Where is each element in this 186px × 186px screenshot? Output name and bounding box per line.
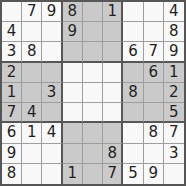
sudoku-cell-r8c1[interactable]: 9 xyxy=(2,144,22,164)
sudoku-cell-r7c5[interactable] xyxy=(83,123,103,143)
sudoku-cell-r3c7[interactable]: 6 xyxy=(123,42,143,62)
sudoku-cell-r1c7[interactable] xyxy=(123,2,143,22)
sudoku-cell-r8c4[interactable] xyxy=(63,144,83,164)
sudoku-cell-r3c6[interactable] xyxy=(103,42,123,62)
sudoku-cell-r1c1[interactable] xyxy=(2,2,22,22)
sudoku-cell-r9c3[interactable] xyxy=(42,164,62,184)
sudoku-cell-r9c1[interactable]: 8 xyxy=(2,164,22,184)
sudoku-cell-r7c8[interactable]: 8 xyxy=(144,123,164,143)
sudoku-cell-r7c1[interactable]: 6 xyxy=(2,123,22,143)
sudoku-cell-r3c8[interactable]: 7 xyxy=(144,42,164,62)
sudoku-cell-r9c8[interactable]: 9 xyxy=(144,164,164,184)
sudoku-cell-r6c7[interactable] xyxy=(123,103,143,123)
sudoku-cell-r3c3[interactable] xyxy=(42,42,62,62)
sudoku-cell-r5c7[interactable]: 8 xyxy=(123,83,143,103)
sudoku-cell-r5c2[interactable] xyxy=(22,83,42,103)
sudoku-cell-r6c1[interactable]: 7 xyxy=(2,103,22,123)
sudoku-cell-r9c4[interactable]: 1 xyxy=(63,164,83,184)
sudoku-cell-r2c5[interactable] xyxy=(83,22,103,42)
sudoku-cell-r9c7[interactable]: 5 xyxy=(123,164,143,184)
sudoku-cell-r4c8[interactable]: 6 xyxy=(144,63,164,83)
sudoku-cell-r1c2[interactable]: 7 xyxy=(22,2,42,22)
sudoku-cell-r2c9[interactable]: 8 xyxy=(164,22,184,42)
sudoku-cell-r4c4[interactable] xyxy=(63,63,83,83)
sudoku-cell-r2c8[interactable] xyxy=(144,22,164,42)
sudoku-cell-r9c9[interactable] xyxy=(164,164,184,184)
sudoku-cell-r5c1[interactable]: 1 xyxy=(2,83,22,103)
sudoku-cell-r4c1[interactable]: 2 xyxy=(2,63,22,83)
sudoku-cell-r2c2[interactable] xyxy=(22,22,42,42)
sudoku-cell-r1c6[interactable]: 1 xyxy=(103,2,123,22)
sudoku-cell-r7c7[interactable] xyxy=(123,123,143,143)
sudoku-cell-r4c6[interactable] xyxy=(103,63,123,83)
sudoku-cell-r3c4[interactable] xyxy=(63,42,83,62)
sudoku-cell-r4c3[interactable] xyxy=(42,63,62,83)
sudoku-cell-r9c2[interactable] xyxy=(22,164,42,184)
sudoku-cell-r3c1[interactable]: 3 xyxy=(2,42,22,62)
sudoku-cell-r7c2[interactable]: 1 xyxy=(22,123,42,143)
sudoku-cell-r2c6[interactable] xyxy=(103,22,123,42)
sudoku-cell-r6c3[interactable] xyxy=(42,103,62,123)
sudoku-cell-r1c5[interactable] xyxy=(83,2,103,22)
sudoku-cell-r2c3[interactable] xyxy=(42,22,62,42)
sudoku-cell-r5c6[interactable] xyxy=(103,83,123,103)
sudoku-cell-r3c2[interactable]: 8 xyxy=(22,42,42,62)
sudoku-cell-r6c8[interactable] xyxy=(144,103,164,123)
sudoku-cell-r8c6[interactable]: 8 xyxy=(103,144,123,164)
sudoku-cell-r3c9[interactable]: 9 xyxy=(164,42,184,62)
sudoku-cell-r4c2[interactable] xyxy=(22,63,42,83)
sudoku-cell-r9c6[interactable]: 7 xyxy=(103,164,123,184)
sudoku-cell-r4c5[interactable] xyxy=(83,63,103,83)
sudoku-cell-r1c8[interactable] xyxy=(144,2,164,22)
sudoku-cell-r6c2[interactable]: 4 xyxy=(22,103,42,123)
sudoku-cell-r2c4[interactable]: 9 xyxy=(63,22,83,42)
sudoku-board: 798144983867926113827456148798381759 xyxy=(0,0,186,186)
sudoku-cell-r5c9[interactable]: 2 xyxy=(164,83,184,103)
sudoku-cell-r6c6[interactable] xyxy=(103,103,123,123)
sudoku-cell-r1c3[interactable]: 9 xyxy=(42,2,62,22)
sudoku-cell-r9c5[interactable] xyxy=(83,164,103,184)
sudoku-cell-r8c8[interactable] xyxy=(144,144,164,164)
sudoku-cell-r4c9[interactable]: 1 xyxy=(164,63,184,83)
sudoku-cell-r7c9[interactable]: 7 xyxy=(164,123,184,143)
sudoku-cell-r1c4[interactable]: 8 xyxy=(63,2,83,22)
sudoku-cell-r7c3[interactable]: 4 xyxy=(42,123,62,143)
sudoku-cell-r3c5[interactable] xyxy=(83,42,103,62)
sudoku-cell-r7c6[interactable] xyxy=(103,123,123,143)
sudoku-cell-r8c2[interactable] xyxy=(22,144,42,164)
sudoku-cell-r6c5[interactable] xyxy=(83,103,103,123)
sudoku-cell-r7c4[interactable] xyxy=(63,123,83,143)
sudoku-cell-r5c5[interactable] xyxy=(83,83,103,103)
sudoku-cell-r6c4[interactable] xyxy=(63,103,83,123)
sudoku-cell-r5c4[interactable] xyxy=(63,83,83,103)
sudoku-cell-r5c8[interactable] xyxy=(144,83,164,103)
sudoku-cell-r2c1[interactable]: 4 xyxy=(2,22,22,42)
sudoku-cell-r8c5[interactable] xyxy=(83,144,103,164)
sudoku-cell-r5c3[interactable]: 3 xyxy=(42,83,62,103)
sudoku-cell-r2c7[interactable] xyxy=(123,22,143,42)
sudoku-cell-r4c7[interactable] xyxy=(123,63,143,83)
sudoku-cell-r1c9[interactable]: 4 xyxy=(164,2,184,22)
sudoku-cell-r8c9[interactable]: 3 xyxy=(164,144,184,164)
sudoku-cell-r8c7[interactable] xyxy=(123,144,143,164)
sudoku-cell-r6c9[interactable]: 5 xyxy=(164,103,184,123)
sudoku-cell-r8c3[interactable] xyxy=(42,144,62,164)
